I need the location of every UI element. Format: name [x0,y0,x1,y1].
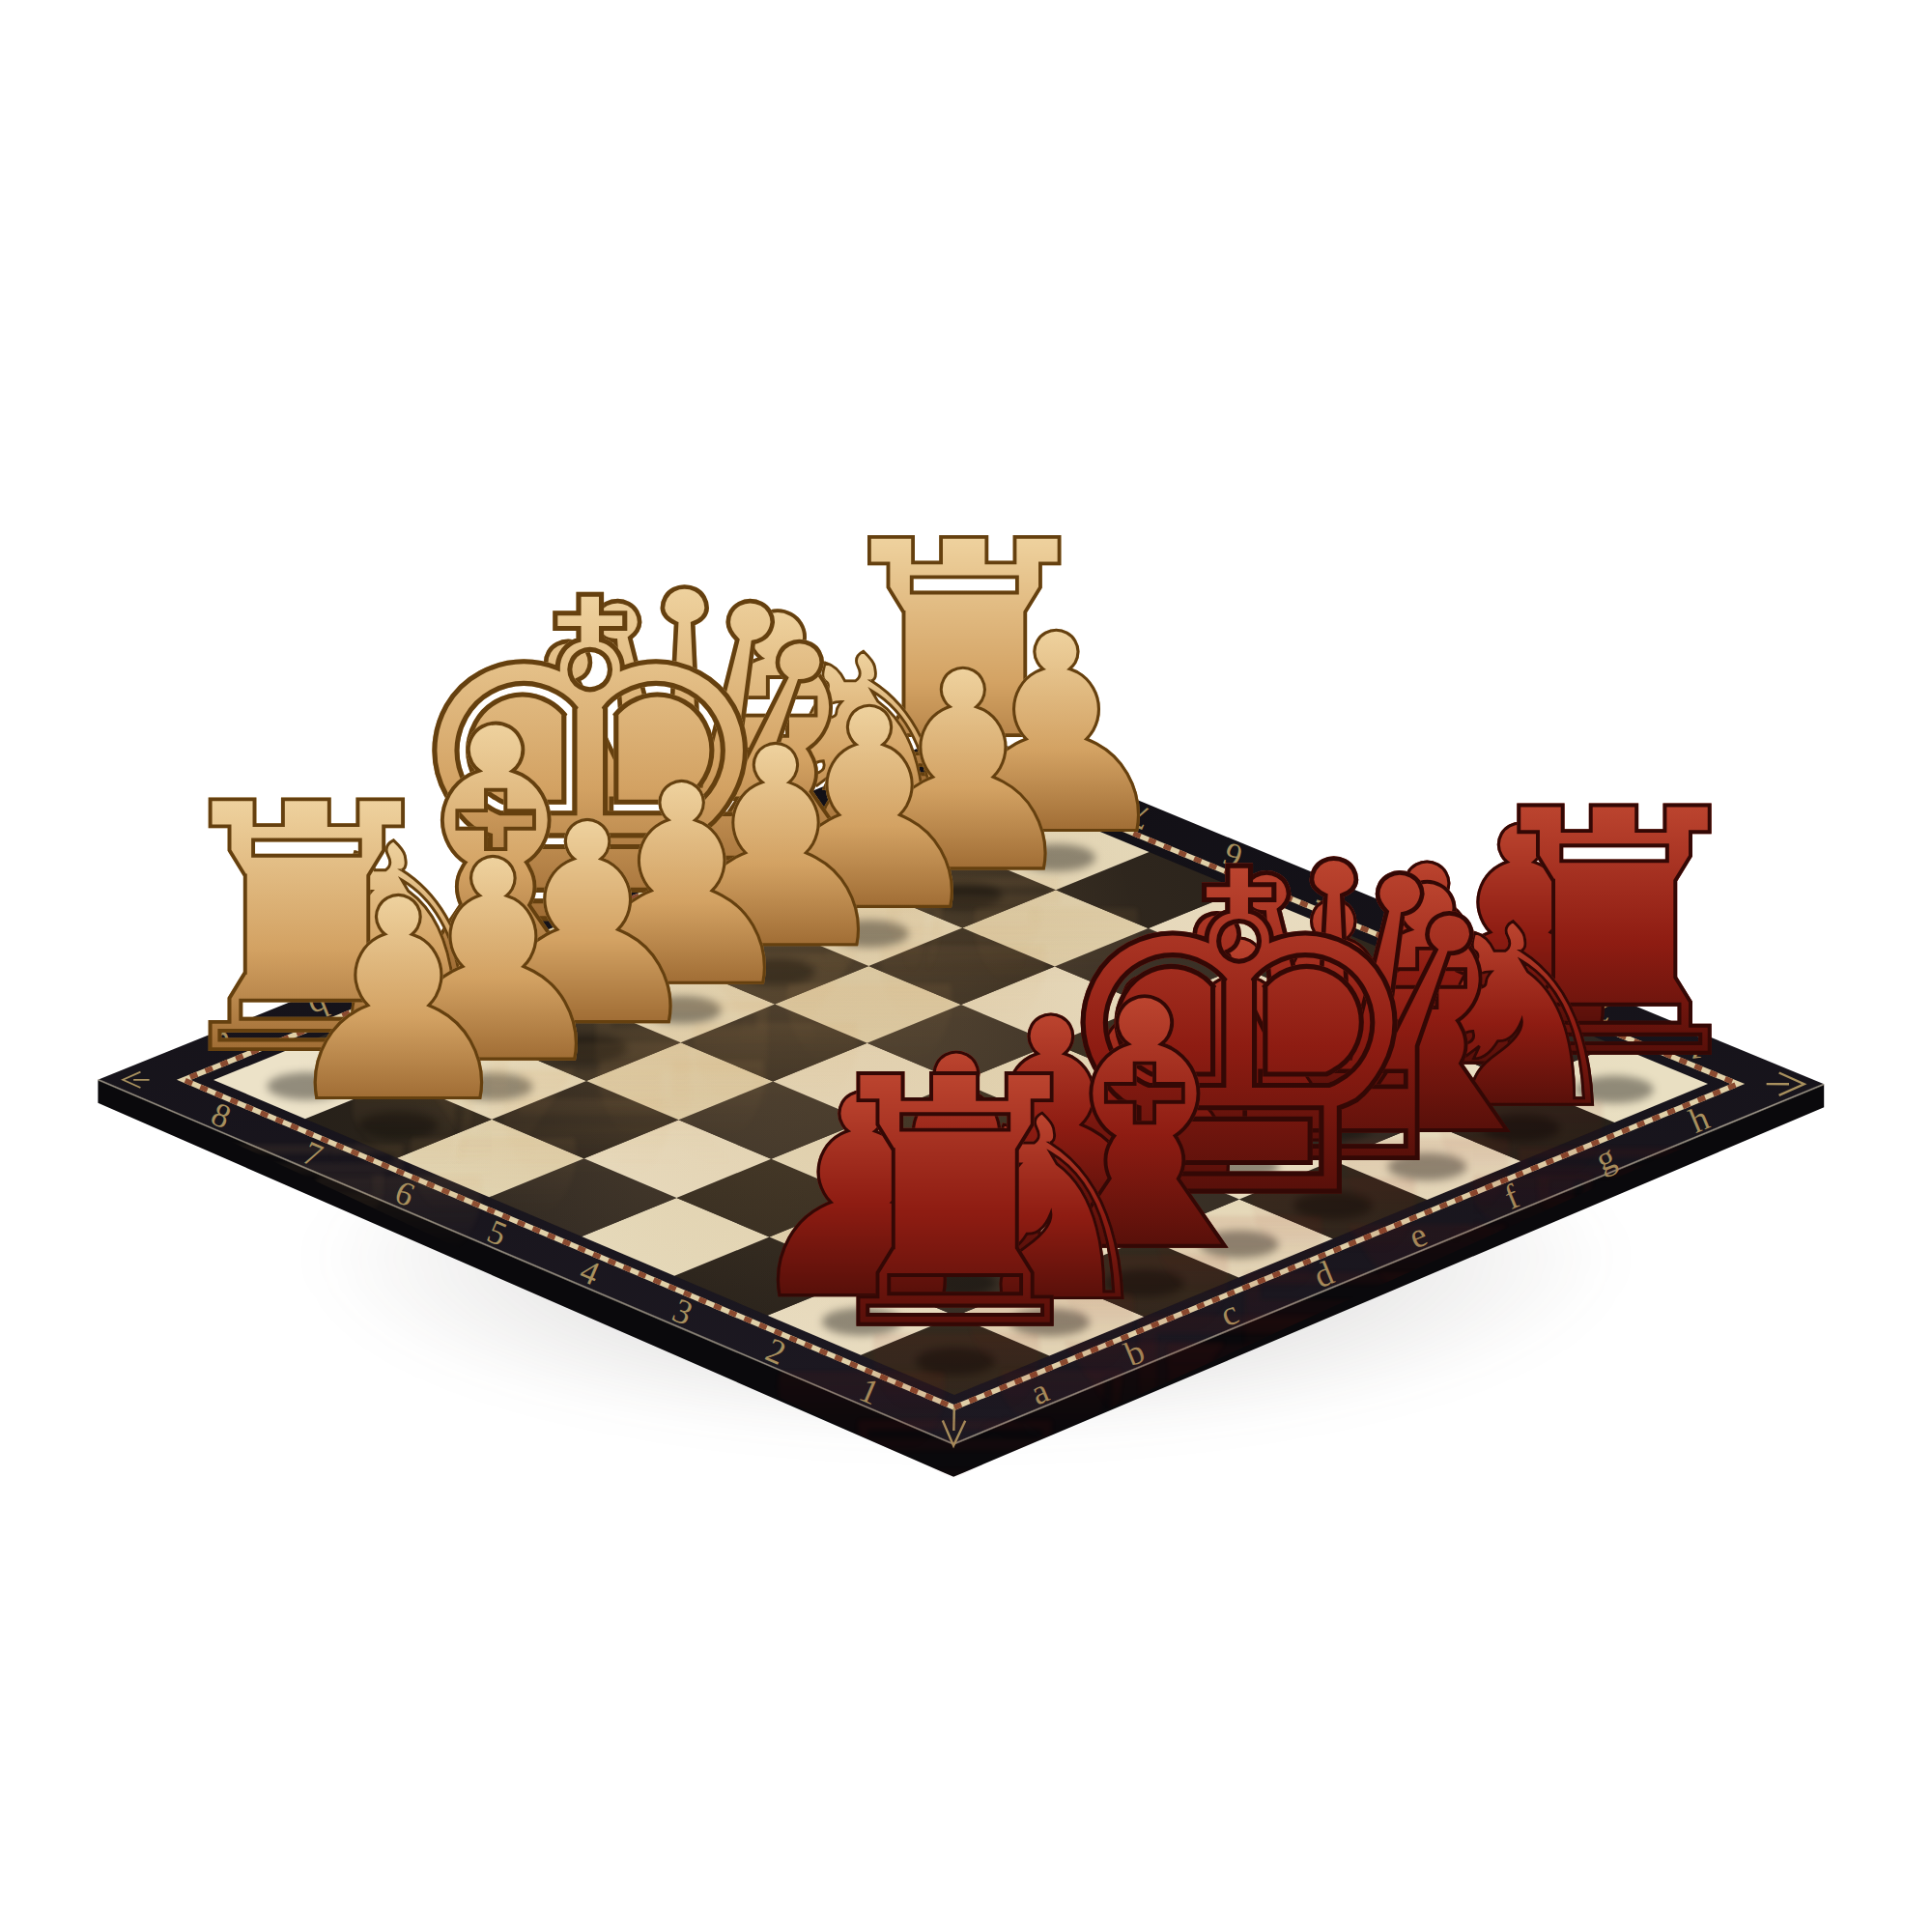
piece-wood-pawn-a7[interactable]: ♟ [274,864,524,1142]
piece-red-rook-a1[interactable]: ♜ [801,1034,1109,1378]
pieces-layer: ♜♞♟♝♟♛♟♚♟♝♟♞♟♟♜♟♟♜♟♟♞♟♝♟♛♟♚♟♝♟♞♜ [0,0,1932,1932]
product-photo-stage: 1122334455667788aabbccddeeffgghh ♜♞♟♝♟♛♟… [0,0,1932,1932]
